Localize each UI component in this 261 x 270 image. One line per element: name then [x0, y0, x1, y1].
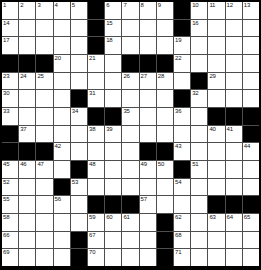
cell-r2c2[interactable]: [19, 20, 35, 37]
cell-r6c1[interactable]: 30: [2, 90, 18, 107]
clue-number: 58: [3, 214, 9, 221]
clue-number: 20: [55, 55, 61, 62]
cell-r1c15[interactable]: 13: [243, 2, 259, 19]
cell-r5c5[interactable]: [71, 73, 87, 90]
cell-r15c8[interactable]: [122, 249, 138, 266]
cell-r15c6[interactable]: 70: [88, 249, 104, 266]
cell-r7c8[interactable]: 35: [122, 108, 138, 125]
block-r12c14: [226, 196, 242, 213]
cell-r14c12[interactable]: [191, 232, 207, 249]
cell-r6c6[interactable]: 31: [88, 90, 104, 107]
clue-number: 46: [20, 161, 26, 168]
clue-number: 70: [89, 249, 95, 256]
clue-number: 43: [175, 143, 181, 150]
clue-number: 39: [106, 126, 112, 133]
cell-r6c15[interactable]: [243, 90, 259, 107]
cell-r5c3[interactable]: 25: [36, 73, 52, 90]
cell-r8c14[interactable]: 41: [226, 126, 242, 143]
cell-r6c9[interactable]: [140, 90, 156, 107]
clue-number: 67: [89, 232, 95, 239]
cell-r3c4[interactable]: [54, 37, 70, 54]
clue-number: 59: [89, 214, 95, 221]
crossword-board: 1234567891011121314151617181920212223242…: [0, 0, 261, 270]
cell-r6c7[interactable]: [105, 90, 121, 107]
cell-r4c12[interactable]: [191, 55, 207, 72]
cell-r5c11[interactable]: [174, 73, 190, 90]
cell-r5c13[interactable]: 29: [208, 73, 224, 90]
cell-r5c9[interactable]: 27: [140, 73, 156, 90]
cell-r2c15[interactable]: [243, 20, 259, 37]
cell-r6c12[interactable]: 32: [191, 90, 207, 107]
cell-r10c1[interactable]: 45: [2, 161, 18, 178]
clue-number: 5: [72, 2, 75, 9]
block-r7c6: [88, 108, 104, 125]
cell-r11c15[interactable]: [243, 179, 259, 196]
clue-number: 42: [55, 143, 61, 150]
cell-r1c14[interactable]: 12: [226, 2, 242, 19]
clue-number: 64: [227, 214, 233, 221]
cell-r12c9[interactable]: 57: [140, 196, 156, 213]
cell-r11c9[interactable]: [140, 179, 156, 196]
cell-r8c9[interactable]: [140, 126, 156, 143]
cell-r10c2[interactable]: 46: [19, 161, 35, 178]
cell-r8c2[interactable]: 37: [19, 126, 35, 143]
cell-r1c5[interactable]: 5: [71, 2, 87, 19]
cell-r15c4[interactable]: [54, 249, 70, 266]
clue-number: 40: [209, 126, 215, 133]
cell-r14c8[interactable]: [122, 232, 138, 249]
clue-number: 35: [123, 108, 129, 115]
cell-r6c4[interactable]: [54, 90, 70, 107]
cell-r8c12[interactable]: [191, 126, 207, 143]
cell-r3c13[interactable]: [208, 37, 224, 54]
block-r6c11: [174, 90, 190, 107]
cell-r13c5[interactable]: [71, 214, 87, 231]
cell-r10c6[interactable]: 48: [88, 161, 104, 178]
cell-r10c7[interactable]: [105, 161, 121, 178]
clue-number: 48: [89, 161, 95, 168]
cell-r7c4[interactable]: [54, 108, 70, 125]
crossword-grid: 1234567891011121314151617181920212223242…: [2, 2, 259, 266]
block-r10c5: [71, 161, 87, 178]
cell-r8c5[interactable]: [71, 126, 87, 143]
clue-number: 50: [158, 161, 164, 168]
clue-number: 26: [123, 73, 129, 80]
cell-r2c5[interactable]: [71, 20, 87, 37]
cell-r1c9[interactable]: 8: [140, 2, 156, 19]
block-r8c1: [2, 126, 18, 143]
cell-r14c6[interactable]: 67: [88, 232, 104, 249]
clue-number: 25: [37, 73, 43, 80]
clue-number: 22: [175, 55, 181, 62]
cell-r4c15[interactable]: [243, 55, 259, 72]
block-r2c11: [174, 20, 190, 37]
clue-number: 68: [175, 232, 181, 239]
cell-r4c14[interactable]: [226, 55, 242, 72]
cell-r5c14[interactable]: [226, 73, 242, 90]
cell-r3c7[interactable]: 18: [105, 37, 121, 54]
clue-number: 41: [227, 126, 233, 133]
clue-number: 21: [89, 55, 95, 62]
cell-r7c3[interactable]: [36, 108, 52, 125]
cell-r12c1[interactable]: 55: [2, 196, 18, 213]
block-r11c4: [54, 179, 70, 196]
clue-number: 66: [3, 232, 9, 239]
cell-r14c9[interactable]: [140, 232, 156, 249]
clue-number: 17: [3, 37, 9, 44]
cell-r12c5[interactable]: [71, 196, 87, 213]
clue-number: 14: [3, 20, 9, 27]
cell-r12c2[interactable]: [19, 196, 35, 213]
block-r4c10: [157, 55, 173, 72]
cell-r13c3[interactable]: [36, 214, 52, 231]
cell-r14c14[interactable]: [226, 232, 242, 249]
cell-r5c1[interactable]: 23: [2, 73, 18, 90]
block-r15c5: [71, 249, 87, 266]
cell-r3c15[interactable]: [243, 37, 259, 54]
cell-r1c4[interactable]: 4: [54, 2, 70, 19]
cell-r7c1[interactable]: 33: [2, 108, 18, 125]
cell-r13c7[interactable]: 60: [105, 214, 121, 231]
cell-r5c8[interactable]: 26: [122, 73, 138, 90]
cell-r4c6[interactable]: 21: [88, 55, 104, 72]
cell-r7c9[interactable]: [140, 108, 156, 125]
cell-r2c4[interactable]: [54, 20, 70, 37]
cell-r10c12[interactable]: 51: [191, 161, 207, 178]
cell-r14c13[interactable]: [208, 232, 224, 249]
cell-r11c11[interactable]: 54: [174, 179, 190, 196]
clue-number: 9: [158, 2, 161, 9]
cell-r5c7[interactable]: [105, 73, 121, 90]
block-r12c15: [243, 196, 259, 213]
cell-r14c3[interactable]: [36, 232, 52, 249]
cell-r2c14[interactable]: [226, 20, 242, 37]
cell-r10c8[interactable]: [122, 161, 138, 178]
cell-r6c10[interactable]: [157, 90, 173, 107]
cell-r13c2[interactable]: [19, 214, 35, 231]
cell-r9c11[interactable]: 43: [174, 143, 190, 160]
clue-number: 12: [227, 2, 233, 9]
clue-number: 30: [3, 90, 9, 97]
cell-r15c7[interactable]: [105, 249, 121, 266]
cell-r6c3[interactable]: [36, 90, 52, 107]
cell-r10c10[interactable]: 50: [157, 161, 173, 178]
cell-r2c13[interactable]: [208, 20, 224, 37]
block-r3c6: [88, 37, 104, 54]
clue-number: 1: [3, 2, 6, 9]
cell-r3c8[interactable]: [122, 37, 138, 54]
cell-r2c7[interactable]: 15: [105, 20, 121, 37]
clue-number: 51: [192, 161, 198, 168]
cell-r2c9[interactable]: [140, 20, 156, 37]
clue-number: 19: [175, 37, 181, 44]
cell-r3c12[interactable]: [191, 37, 207, 54]
cell-r4c7[interactable]: [105, 55, 121, 72]
cell-r9c4[interactable]: 42: [54, 143, 70, 160]
cell-r7c10[interactable]: [157, 108, 173, 125]
cell-r15c2[interactable]: [19, 249, 35, 266]
cell-r3c10[interactable]: [157, 37, 173, 54]
cell-r11c8[interactable]: [122, 179, 138, 196]
clue-number: 55: [3, 196, 9, 203]
clue-number: 3: [37, 2, 40, 9]
cell-r7c12[interactable]: [191, 108, 207, 125]
clue-number: 29: [209, 73, 215, 80]
clue-number: 49: [141, 161, 147, 168]
cell-r13c14[interactable]: 64: [226, 214, 242, 231]
cell-r10c15[interactable]: [243, 161, 259, 178]
cell-r12c4[interactable]: 56: [54, 196, 70, 213]
block-r2c6: [88, 20, 104, 37]
clue-number: 60: [106, 214, 112, 221]
cell-r7c5[interactable]: 34: [71, 108, 87, 125]
cell-r15c9[interactable]: [140, 249, 156, 266]
cell-r15c13[interactable]: [208, 249, 224, 266]
clue-number: 7: [123, 2, 126, 9]
cell-r9c8[interactable]: [122, 143, 138, 160]
cell-r2c1[interactable]: 14: [2, 20, 18, 37]
cell-r1c8[interactable]: 7: [122, 2, 138, 19]
cell-r6c2[interactable]: [19, 90, 35, 107]
cell-r14c4[interactable]: [54, 232, 70, 249]
block-r1c6: [88, 2, 104, 19]
cell-r4c5[interactable]: [71, 55, 87, 72]
block-r9c2: [19, 143, 35, 160]
cell-r8c11[interactable]: [174, 126, 190, 143]
clue-number: 62: [175, 214, 181, 221]
cell-r8c8[interactable]: [122, 126, 138, 143]
cell-r2c10[interactable]: [157, 20, 173, 37]
cell-r13c6[interactable]: 59: [88, 214, 104, 231]
cell-r7c2[interactable]: [19, 108, 35, 125]
cell-r1c7[interactable]: 6: [105, 2, 121, 19]
cell-r9c6[interactable]: [88, 143, 104, 160]
cell-r11c12[interactable]: [191, 179, 207, 196]
cell-r8c6[interactable]: 38: [88, 126, 104, 143]
cell-r1c2[interactable]: 2: [19, 2, 35, 19]
cell-r12c10[interactable]: [157, 196, 173, 213]
cell-r7c11[interactable]: 36: [174, 108, 190, 125]
clue-number: 33: [3, 108, 9, 115]
clue-number: 63: [209, 214, 215, 221]
clue-number: 52: [3, 179, 9, 186]
cell-r1c13[interactable]: 11: [208, 2, 224, 19]
clue-number: 54: [175, 179, 181, 186]
clue-number: 34: [72, 108, 78, 115]
cell-r6c14[interactable]: [226, 90, 242, 107]
cell-r9c5[interactable]: [71, 143, 87, 160]
clue-number: 69: [3, 249, 9, 256]
clue-number: 38: [89, 126, 95, 133]
cell-r4c13[interactable]: [208, 55, 224, 72]
block-r14c5: [71, 232, 87, 249]
block-r4c8: [122, 55, 138, 72]
block-r14c10: [157, 232, 173, 249]
block-r15c10: [157, 249, 173, 266]
cell-r13c1[interactable]: 58: [2, 214, 18, 231]
cell-r5c10[interactable]: 28: [157, 73, 173, 90]
cell-r11c10[interactable]: [157, 179, 173, 196]
cell-r15c15[interactable]: [243, 249, 259, 266]
clue-number: 13: [244, 2, 250, 9]
cell-r8c10[interactable]: [157, 126, 173, 143]
cell-r10c13[interactable]: [208, 161, 224, 178]
cell-r3c2[interactable]: [19, 37, 35, 54]
cell-r13c12[interactable]: [191, 214, 207, 231]
cell-r11c6[interactable]: [88, 179, 104, 196]
block-r12c7: [105, 196, 121, 213]
cell-r14c2[interactable]: [19, 232, 35, 249]
clue-number: 18: [106, 37, 112, 44]
cell-r9c15[interactable]: 44: [243, 143, 259, 160]
block-r7c7: [105, 108, 121, 125]
block-r4c9: [140, 55, 156, 72]
cell-r10c4[interactable]: [54, 161, 70, 178]
block-r4c2: [19, 55, 35, 72]
cell-r13c8[interactable]: 61: [122, 214, 138, 231]
clue-number: 65: [244, 214, 250, 221]
cell-r4c11[interactable]: 22: [174, 55, 190, 72]
block-r6c5: [71, 90, 87, 107]
block-r4c3: [36, 55, 52, 72]
cell-r6c13[interactable]: [208, 90, 224, 107]
cell-r9c14[interactable]: [226, 143, 242, 160]
cell-r13c13[interactable]: 63: [208, 214, 224, 231]
cell-r11c2[interactable]: [19, 179, 35, 196]
block-r13c10: [157, 214, 173, 231]
clue-number: 2: [20, 2, 23, 9]
cell-r8c4[interactable]: [54, 126, 70, 143]
block-r12c6: [88, 196, 104, 213]
cell-r8c3[interactable]: [36, 126, 52, 143]
block-r10c11: [174, 161, 190, 178]
cell-r15c3[interactable]: [36, 249, 52, 266]
cell-r2c8[interactable]: [122, 20, 138, 37]
cell-r1c1[interactable]: 1: [2, 2, 18, 19]
cell-r10c3[interactable]: 47: [36, 161, 52, 178]
clue-number: 47: [37, 161, 43, 168]
clue-number: 45: [3, 161, 9, 168]
clue-number: 71: [175, 249, 181, 256]
clue-number: 15: [106, 20, 112, 27]
cell-r6c8[interactable]: [122, 90, 138, 107]
clue-number: 16: [192, 20, 198, 27]
block-r7c15: [243, 108, 259, 125]
clue-number: 31: [89, 90, 95, 97]
clue-number: 11: [209, 2, 215, 9]
cell-r15c12[interactable]: [191, 249, 207, 266]
cell-r12c11[interactable]: [174, 196, 190, 213]
clue-number: 53: [72, 179, 78, 186]
cell-r3c14[interactable]: [226, 37, 242, 54]
cell-r12c3[interactable]: [36, 196, 52, 213]
cell-r15c14[interactable]: [226, 249, 242, 266]
clue-number: 61: [123, 214, 129, 221]
cell-r5c2[interactable]: 24: [19, 73, 35, 90]
cell-r3c11[interactable]: 19: [174, 37, 190, 54]
clue-number: 36: [175, 108, 181, 115]
cell-r10c14[interactable]: [226, 161, 242, 178]
block-r12c13: [208, 196, 224, 213]
clue-number: 28: [158, 73, 164, 80]
block-r5c12: [191, 73, 207, 90]
clue-number: 8: [141, 2, 144, 9]
clue-number: 56: [55, 196, 61, 203]
cell-r1c10[interactable]: 9: [157, 2, 173, 19]
cell-r13c15[interactable]: 65: [243, 214, 259, 231]
cell-r11c13[interactable]: [208, 179, 224, 196]
clue-number: 10: [192, 2, 198, 9]
cell-r12c12[interactable]: [191, 196, 207, 213]
clue-number: 6: [106, 2, 109, 9]
block-r9c3: [36, 143, 52, 160]
clue-number: 4: [55, 2, 58, 9]
cell-r13c4[interactable]: [54, 214, 70, 231]
clue-number: 57: [141, 196, 147, 203]
cell-r2c12[interactable]: 16: [191, 20, 207, 37]
cell-r14c1[interactable]: 66: [2, 232, 18, 249]
cell-r1c3[interactable]: 3: [36, 2, 52, 19]
block-r1c11: [174, 2, 190, 19]
block-r12c8: [122, 196, 138, 213]
block-r9c10: [157, 143, 173, 160]
cell-r15c1[interactable]: 69: [2, 249, 18, 266]
cell-r3c9[interactable]: [140, 37, 156, 54]
cell-r13c11[interactable]: 62: [174, 214, 190, 231]
cell-r4c4[interactable]: 20: [54, 55, 70, 72]
clue-number: 44: [244, 143, 250, 150]
cell-r10c9[interactable]: 49: [140, 161, 156, 178]
clue-number: 32: [192, 90, 198, 97]
cell-r11c3[interactable]: [36, 179, 52, 196]
cell-r9c12[interactable]: [191, 143, 207, 160]
block-r8c15: [243, 126, 259, 143]
cell-r5c4[interactable]: [54, 73, 70, 90]
cell-r1c12[interactable]: 10: [191, 2, 207, 19]
clue-number: 24: [20, 73, 26, 80]
cell-r3c3[interactable]: [36, 37, 52, 54]
cell-r3c5[interactable]: [71, 37, 87, 54]
cell-r11c5[interactable]: 53: [71, 179, 87, 196]
cell-r5c15[interactable]: [243, 73, 259, 90]
cell-r2c3[interactable]: [36, 20, 52, 37]
cell-r15c11[interactable]: 71: [174, 249, 190, 266]
clue-number: 27: [141, 73, 147, 80]
cell-r13c9[interactable]: [140, 214, 156, 231]
cell-r11c7[interactable]: [105, 179, 121, 196]
cell-r8c7[interactable]: 39: [105, 126, 121, 143]
cell-r14c7[interactable]: [105, 232, 121, 249]
cell-r11c1[interactable]: 52: [2, 179, 18, 196]
block-r9c9: [140, 143, 156, 160]
cell-r14c15[interactable]: [243, 232, 259, 249]
cell-r9c7[interactable]: [105, 143, 121, 160]
cell-r3c1[interactable]: 17: [2, 37, 18, 54]
block-r7c13: [208, 108, 224, 125]
block-r7c14: [226, 108, 242, 125]
clue-number: 37: [20, 126, 26, 133]
cell-r8c13[interactable]: 40: [208, 126, 224, 143]
block-r4c1: [2, 55, 18, 72]
clue-number: 23: [3, 73, 9, 80]
block-r9c1: [2, 143, 18, 160]
cell-r14c11[interactable]: 68: [174, 232, 190, 249]
cell-r11c14[interactable]: [226, 179, 242, 196]
cell-r5c6[interactable]: [88, 73, 104, 90]
cell-r9c13[interactable]: [208, 143, 224, 160]
